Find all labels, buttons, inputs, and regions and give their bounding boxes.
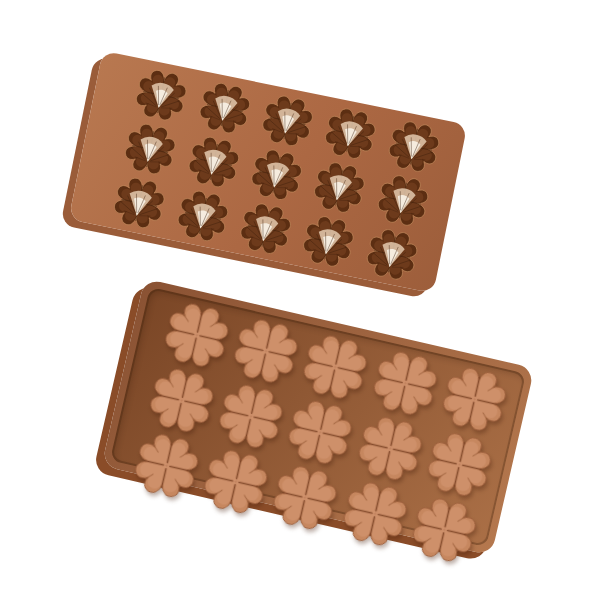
flower-cavity bbox=[308, 156, 372, 220]
chocolate-flower bbox=[196, 442, 276, 522]
product-photo-stage bbox=[0, 0, 600, 600]
cavity-cell bbox=[292, 208, 366, 275]
cavity-cell bbox=[229, 195, 303, 262]
flower-cavity bbox=[171, 184, 235, 248]
chocolate-flower bbox=[335, 474, 415, 554]
flower-cavity bbox=[371, 169, 435, 233]
flower-cavity bbox=[319, 102, 383, 166]
flower-cavity bbox=[360, 223, 424, 287]
chocolate-flower bbox=[265, 458, 345, 538]
flower-cavity bbox=[108, 171, 172, 235]
chocolate-flower bbox=[127, 426, 207, 506]
flower-cavity bbox=[193, 76, 257, 140]
flower-cavity bbox=[245, 143, 309, 207]
chocolate-mold-cavity-side bbox=[69, 51, 468, 294]
chocolate-mold-back-side bbox=[102, 278, 535, 555]
flower-cavity bbox=[382, 114, 446, 178]
cavity-cell bbox=[355, 221, 429, 288]
flower-cavity bbox=[234, 197, 298, 261]
flower-cavity bbox=[119, 117, 183, 181]
flower-cavity bbox=[256, 89, 320, 153]
flower-cavity bbox=[130, 63, 194, 127]
cavity-cell bbox=[165, 183, 239, 250]
flower-cavity bbox=[297, 210, 361, 274]
flower-grid bbox=[132, 295, 516, 537]
chocolate-flower bbox=[404, 490, 484, 570]
cavity-grid bbox=[102, 61, 451, 288]
flower-cell bbox=[402, 489, 486, 570]
flower-cavity bbox=[182, 130, 246, 194]
cavity-cell bbox=[102, 170, 176, 237]
